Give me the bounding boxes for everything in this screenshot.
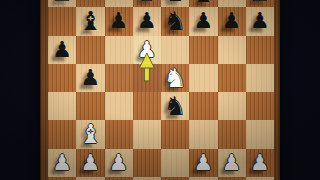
piece-white-pawn-d6[interactable]: ♟: [133, 36, 161, 64]
square-h5[interactable]: [246, 64, 274, 92]
piece-black-knight-e7[interactable]: ♞: [161, 7, 189, 35]
piece-white-pawn-f2[interactable]: ♟: [189, 149, 217, 177]
piece-black-knight-e4[interactable]: ♞: [161, 92, 189, 120]
piece-white-king-e1[interactable]: ♚: [161, 177, 189, 180]
piece-black-bishop-f8[interactable]: ♝: [189, 0, 217, 7]
square-c5[interactable]: [105, 64, 133, 92]
square-b6[interactable]: [76, 36, 104, 64]
square-h3[interactable]: [246, 120, 274, 148]
square-d2[interactable]: [133, 149, 161, 177]
square-g8[interactable]: [218, 0, 246, 7]
square-g5[interactable]: [218, 64, 246, 92]
square-e6[interactable]: [161, 36, 189, 64]
piece-white-queen-d1[interactable]: ♛: [133, 177, 161, 180]
piece-white-pawn-c2[interactable]: ♟: [105, 149, 133, 177]
square-h4[interactable]: [246, 92, 274, 120]
piece-black-bishop-b7[interactable]: ♝: [76, 7, 104, 35]
chess-board: ♜♛♚♝♜♝♟♟♞♟♟♟♟♟♞♟♞♝♟♟♟♟♟♟♜♞♝♛♚♜: [48, 0, 274, 180]
square-c6[interactable]: [105, 36, 133, 64]
piece-white-knight-b1[interactable]: ♞: [76, 177, 104, 180]
square-f4[interactable]: [189, 92, 217, 120]
piece-white-bishop-b3[interactable]: ♝: [76, 120, 104, 148]
square-d4[interactable]: [133, 92, 161, 120]
piece-white-bishop-c1[interactable]: ♝: [105, 177, 133, 180]
square-e3[interactable]: [161, 120, 189, 148]
piece-black-rook-a8[interactable]: ♜: [48, 0, 76, 7]
square-h6[interactable]: [246, 36, 274, 64]
square-d5[interactable]: [133, 64, 161, 92]
piece-black-pawn-d7[interactable]: ♟: [133, 7, 161, 35]
square-a4[interactable]: [48, 92, 76, 120]
square-f6[interactable]: [189, 36, 217, 64]
square-a7[interactable]: [48, 7, 76, 35]
square-g6[interactable]: [218, 36, 246, 64]
square-e2[interactable]: [161, 149, 189, 177]
piece-white-rook-h1[interactable]: ♜: [246, 177, 274, 180]
piece-black-pawn-b5[interactable]: ♟: [76, 64, 104, 92]
piece-black-pawn-c7[interactable]: ♟: [105, 7, 133, 35]
video-frame: ♜♛♚♝♜♝♟♟♞♟♟♟♟♟♞♟♞♝♟♟♟♟♟♟♜♞♝♛♚♜: [0, 0, 320, 180]
square-g4[interactable]: [218, 92, 246, 120]
square-d3[interactable]: [133, 120, 161, 148]
piece-black-pawn-a6[interactable]: ♟: [48, 36, 76, 64]
piece-black-rook-h8[interactable]: ♜: [246, 0, 274, 7]
square-c4[interactable]: [105, 92, 133, 120]
piece-white-pawn-b2[interactable]: ♟: [76, 149, 104, 177]
square-f1[interactable]: [189, 177, 217, 180]
square-g1[interactable]: [218, 177, 246, 180]
piece-white-pawn-g2[interactable]: ♟: [218, 149, 246, 177]
square-f3[interactable]: [189, 120, 217, 148]
piece-white-knight-e5[interactable]: ♞: [161, 64, 189, 92]
square-c8[interactable]: [105, 0, 133, 7]
square-g3[interactable]: [218, 120, 246, 148]
piece-black-queen-d8[interactable]: ♛: [133, 0, 161, 7]
square-a5[interactable]: [48, 64, 76, 92]
square-c3[interactable]: [105, 120, 133, 148]
square-b4[interactable]: [76, 92, 104, 120]
piece-black-pawn-h7[interactable]: ♟: [246, 7, 274, 35]
piece-black-pawn-g7[interactable]: ♟: [218, 7, 246, 35]
piece-white-pawn-h2[interactable]: ♟: [246, 149, 274, 177]
piece-black-pawn-f7[interactable]: ♟: [189, 7, 217, 35]
piece-white-rook-a1[interactable]: ♜: [48, 177, 76, 180]
square-a3[interactable]: [48, 120, 76, 148]
piece-white-pawn-a2[interactable]: ♟: [48, 149, 76, 177]
square-f5[interactable]: [189, 64, 217, 92]
